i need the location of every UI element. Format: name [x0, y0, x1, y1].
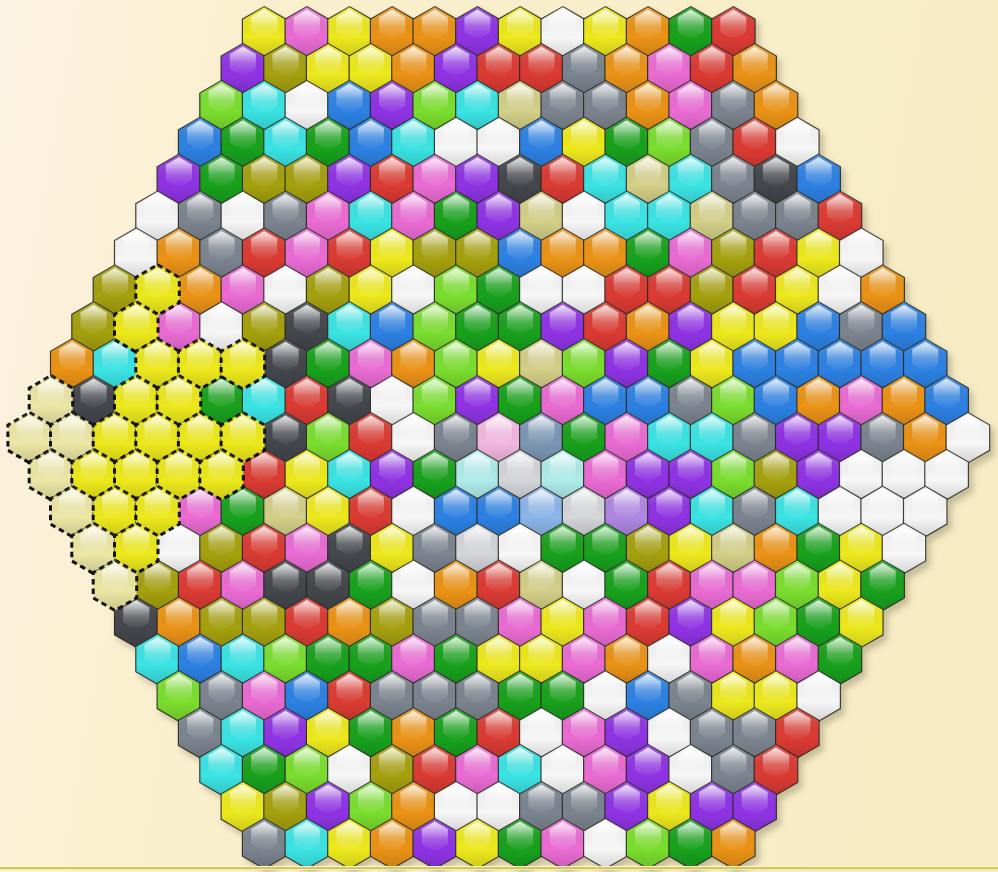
hex-flood-board: [0, 0, 998, 872]
board-bottom-edge-line: [0, 866, 998, 870]
hex-grid: [0, 0, 998, 872]
